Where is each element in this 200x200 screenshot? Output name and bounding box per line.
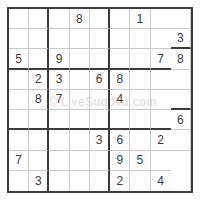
cell-r3c1[interactable]: 5 — [9, 49, 29, 69]
cell-r2c5[interactable] — [90, 29, 110, 49]
cell-r4c2[interactable]: 2 — [29, 70, 49, 90]
cell-r5c8[interactable] — [151, 90, 171, 110]
cell-r8c5[interactable] — [90, 151, 110, 171]
cell-r1c9[interactable] — [171, 9, 191, 29]
cell-r9c1[interactable] — [9, 171, 29, 191]
cell-r7c1[interactable] — [9, 130, 29, 150]
cell-r7c7[interactable] — [130, 130, 150, 150]
cell-r8c2[interactable] — [29, 151, 49, 171]
cell-r6c3[interactable] — [49, 110, 69, 130]
cell-r4c6[interactable]: 8 — [110, 70, 130, 90]
cell-r1c8[interactable] — [151, 9, 171, 29]
cell-r7c4[interactable] — [70, 130, 90, 150]
cell-r2c4[interactable] — [70, 29, 90, 49]
cell-r7c3[interactable] — [49, 130, 69, 150]
cell-r6c5[interactable] — [90, 110, 110, 130]
cell-r6c2[interactable] — [29, 110, 49, 130]
cell-r1c6[interactable] — [110, 9, 130, 29]
cell-r4c8[interactable] — [151, 70, 171, 90]
cell-r4c4[interactable] — [70, 70, 90, 90]
cell-r3c8[interactable]: 7 — [151, 49, 171, 69]
cell-r3c5[interactable] — [90, 49, 110, 69]
cell-r4c9[interactable] — [171, 70, 191, 90]
cell-r4c7[interactable] — [130, 70, 150, 90]
cell-r8c3[interactable] — [49, 151, 69, 171]
cell-r1c5[interactable] — [90, 9, 110, 29]
cell-r4c5[interactable]: 6 — [90, 70, 110, 90]
cell-r5c7[interactable] — [130, 90, 150, 110]
sudoku-board: © LiveSudoku.com 81359782368874636279532… — [7, 7, 193, 193]
cell-r5c1[interactable] — [9, 90, 29, 110]
cell-r5c3[interactable]: 7 — [49, 90, 69, 110]
cell-r9c2[interactable]: 3 — [29, 171, 49, 191]
cell-r4c3[interactable]: 3 — [49, 70, 69, 90]
cell-r9c5[interactable] — [90, 171, 110, 191]
cell-r1c4[interactable]: 8 — [70, 9, 90, 29]
cell-r1c2[interactable] — [29, 9, 49, 29]
cell-r8c9[interactable] — [171, 151, 191, 171]
cell-r5c5[interactable] — [90, 90, 110, 110]
cell-r5c2[interactable]: 8 — [29, 90, 49, 110]
cell-r6c9[interactable]: 6 — [171, 110, 191, 130]
cell-r5c6[interactable]: 4 — [110, 90, 130, 110]
cell-r2c9[interactable]: 3 — [171, 29, 191, 49]
cell-r8c6[interactable]: 9 — [110, 151, 130, 171]
cell-r3c2[interactable] — [29, 49, 49, 69]
cell-r6c7[interactable] — [130, 110, 150, 130]
cell-r9c6[interactable]: 2 — [110, 171, 130, 191]
cell-r2c2[interactable] — [29, 29, 49, 49]
cell-r5c4[interactable] — [70, 90, 90, 110]
cell-r8c7[interactable]: 5 — [130, 151, 150, 171]
cell-r6c6[interactable] — [110, 110, 130, 130]
cell-r7c9[interactable] — [171, 130, 191, 150]
cell-r9c7[interactable] — [130, 171, 150, 191]
cell-r7c2[interactable] — [29, 130, 49, 150]
cell-r9c3[interactable] — [49, 171, 69, 191]
cell-r8c4[interactable] — [70, 151, 90, 171]
cell-r4c1[interactable] — [9, 70, 29, 90]
cell-r2c1[interactable] — [9, 29, 29, 49]
cell-r6c8[interactable] — [151, 110, 171, 130]
cell-r3c9[interactable]: 8 — [171, 49, 191, 69]
cell-r2c3[interactable] — [49, 29, 69, 49]
cell-r7c5[interactable]: 3 — [90, 130, 110, 150]
cell-r2c6[interactable] — [110, 29, 130, 49]
cell-r9c9[interactable] — [171, 171, 191, 191]
cell-r6c1[interactable] — [9, 110, 29, 130]
cell-r3c7[interactable] — [130, 49, 150, 69]
cell-r2c7[interactable] — [130, 29, 150, 49]
cell-r8c8[interactable] — [151, 151, 171, 171]
cell-r2c8[interactable] — [151, 29, 171, 49]
cell-r1c3[interactable] — [49, 9, 69, 29]
cell-r1c7[interactable]: 1 — [130, 9, 150, 29]
cell-r7c8[interactable]: 2 — [151, 130, 171, 150]
cell-r3c4[interactable] — [70, 49, 90, 69]
cell-r3c6[interactable] — [110, 49, 130, 69]
cell-r8c1[interactable]: 7 — [9, 151, 29, 171]
sudoku-page: © LiveSudoku.com 81359782368874636279532… — [0, 0, 200, 200]
cell-r9c8[interactable]: 4 — [151, 171, 171, 191]
cell-r3c3[interactable]: 9 — [49, 49, 69, 69]
cell-r5c9[interactable] — [171, 90, 191, 110]
cell-r7c6[interactable]: 6 — [110, 130, 130, 150]
cell-r6c4[interactable] — [70, 110, 90, 130]
cell-r9c4[interactable] — [70, 171, 90, 191]
cell-r1c1[interactable] — [9, 9, 29, 29]
